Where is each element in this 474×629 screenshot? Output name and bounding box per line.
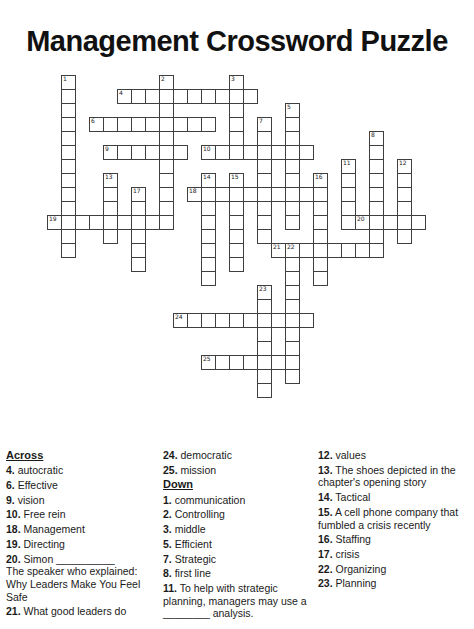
grid-cell[interactable] [103,201,118,216]
grid-cell[interactable] [229,243,244,258]
grid-cell[interactable] [257,383,272,398]
grid-cell[interactable] [229,201,244,216]
clue-item-number: 22. [318,563,333,575]
clue-item: 13. The shoes depicted in the chapter's … [318,464,471,489]
grid-cell[interactable] [103,117,118,132]
grid-cell[interactable]: 17 [131,187,146,202]
grid-cell[interactable]: 25 [201,355,216,370]
grid-cell[interactable] [229,355,244,370]
grid-cell[interactable] [159,103,174,118]
grid-cell[interactable]: 4 [117,89,132,104]
grid-cell[interactable] [187,117,202,132]
grid-cell[interactable]: 5 [285,103,300,118]
grid-cell[interactable] [383,215,398,230]
grid-cell[interactable] [173,117,188,132]
grid-cell[interactable] [201,187,216,202]
grid-cell[interactable] [229,215,244,230]
grid-cell[interactable] [61,187,76,202]
grid-cell[interactable] [285,201,300,216]
grid-cell[interactable] [285,173,300,188]
grid-cell[interactable] [159,159,174,174]
grid-cell[interactable] [201,89,216,104]
grid-cell[interactable] [257,313,272,328]
grid-cell[interactable] [159,89,174,104]
clue-number: 14 [203,174,211,180]
clue-item: 2. Controlling [163,508,309,521]
grid-cell[interactable] [61,103,76,118]
grid-cell[interactable] [397,201,412,216]
clue-number: 11 [343,160,351,166]
grid-cell[interactable] [285,145,300,160]
clue-item-number: 13. [318,464,333,476]
grid-cell[interactable] [285,215,300,230]
clue-item-number: 17. [318,548,333,560]
grid-cell[interactable] [243,145,258,160]
grid-cell[interactable] [313,257,328,272]
grid-cell[interactable] [369,215,384,230]
grid-cell[interactable] [299,187,314,202]
clue-number: 15 [231,174,239,180]
grid-cell[interactable] [201,243,216,258]
grid-cell[interactable] [341,187,356,202]
clue-item: 9. vision [6,494,158,507]
clue-number: 22 [287,244,295,250]
grid-cell[interactable]: 21 [271,243,286,258]
clue-number: 12 [399,160,407,166]
grid-cell[interactable]: 18 [187,187,202,202]
grid-cell[interactable] [257,131,272,146]
clue-item-number: 21. [6,605,21,617]
grid-cell[interactable] [271,187,286,202]
grid-cell[interactable]: 20 [355,215,370,230]
clue-item: 12. values [318,449,471,462]
clue-item-number: 4. [6,464,15,476]
grid-cell[interactable] [61,173,76,188]
clue-item-number: 15. [318,506,333,518]
grid-cell[interactable] [61,243,76,258]
grid-cell[interactable] [159,145,174,160]
grid-cell[interactable] [145,215,160,230]
grid-cell[interactable] [215,145,230,160]
grid-cell[interactable] [285,369,300,384]
grid-cell[interactable] [355,243,370,258]
grid-cell[interactable] [369,243,384,258]
page-title: Management Crossword Puzzle [0,25,474,58]
grid-cell[interactable] [285,341,300,356]
grid-cell[interactable] [369,173,384,188]
grid-cell[interactable] [229,313,244,328]
grid-cell[interactable] [131,229,146,244]
grid-cell[interactable]: 11 [341,159,356,174]
clue-column-1: Across4. autocratic6. Effective9. vision… [6,449,158,620]
clue-item: 23. Planning [318,577,471,590]
clue-item-number: 25. [163,464,178,476]
clue-item: 8. first line [163,567,309,580]
grid-cell[interactable] [313,201,328,216]
grid-cell[interactable] [299,243,314,258]
grid-cell[interactable] [397,229,412,244]
grid-cell[interactable] [187,313,202,328]
clue-number: 4 [119,90,123,96]
clue-list-heading: Down [163,478,309,491]
grid-cell[interactable] [159,173,174,188]
grid-cell[interactable]: 2 [159,75,174,90]
grid-cell[interactable] [243,187,258,202]
clue-item: 10. Free rein [6,508,158,521]
grid-cell[interactable] [61,131,76,146]
grid-cell[interactable] [229,187,244,202]
grid-cell[interactable] [131,117,146,132]
grid-cell[interactable] [285,257,300,272]
grid-cell[interactable]: 15 [229,173,244,188]
grid-cell[interactable]: 3 [229,75,244,90]
grid-cell[interactable]: 13 [103,173,118,188]
grid-cell[interactable]: 16 [313,173,328,188]
clue-item: 18. Management [6,523,158,536]
grid-cell[interactable] [75,215,90,230]
clue-number: 16 [315,174,323,180]
grid-cell[interactable] [285,271,300,286]
clue-item: 25. mission [163,464,309,477]
grid-cell[interactable] [299,145,314,160]
clue-item: 7. Strategic [163,553,309,566]
grid-cell[interactable] [229,103,244,118]
grid-cell[interactable] [369,187,384,202]
grid-cell[interactable] [397,215,412,230]
grid-cell[interactable]: 12 [397,159,412,174]
grid-cell[interactable] [131,145,146,160]
clue-number: 25 [203,356,211,362]
grid-cell[interactable]: 10 [201,145,216,160]
grid-cell[interactable] [341,243,356,258]
grid-cell[interactable] [117,145,132,160]
clue-item: 5. Efficient [163,538,309,551]
grid-cell[interactable]: 6 [89,117,104,132]
grid-cell[interactable] [61,117,76,132]
grid-cell[interactable] [131,89,146,104]
clue-number: 3 [231,76,235,82]
clue-item: 16. Staffing [318,533,471,546]
grid-cell[interactable] [61,145,76,160]
grid-cell[interactable] [257,201,272,216]
grid-cell[interactable] [285,117,300,132]
grid-cell[interactable] [215,187,230,202]
grid-cell[interactable] [187,89,202,104]
clue-item-number: 1. [163,494,172,506]
grid-cell[interactable] [285,285,300,300]
clue-item: 11. To help with strategic planning, man… [163,582,309,620]
grid-cell[interactable] [117,215,132,230]
grid-cell[interactable] [145,117,160,132]
grid-cell[interactable] [257,229,272,244]
grid-cell[interactable] [397,187,412,202]
grid-cell[interactable] [257,159,272,174]
clue-number: 20 [357,216,365,222]
grid-cell[interactable]: 22 [285,243,300,258]
clue-item-number: 9. [6,494,15,506]
grid-cell[interactable] [103,229,118,244]
grid-cell[interactable] [131,201,146,216]
clue-item-number: 24. [163,449,178,461]
grid-cell[interactable] [285,299,300,314]
grid-cell[interactable] [271,313,286,328]
clue-item: 21. What good leaders do [6,605,158,618]
grid-cell[interactable] [299,313,314,328]
clue-number: 7 [259,118,263,124]
clue-number: 17 [133,188,141,194]
grid-cell[interactable] [341,173,356,188]
clue-item-number: 12. [318,449,333,461]
grid-cell[interactable] [229,89,244,104]
clue-item: 4. autocratic [6,464,158,477]
grid-cell[interactable] [145,145,160,160]
grid-cell[interactable] [131,257,146,272]
grid-cell[interactable] [89,215,104,230]
grid-cell[interactable] [313,215,328,230]
clue-item-number: 18. [6,523,21,535]
clue-item-number: 19. [6,538,21,550]
clue-item-number: 20. [6,553,21,565]
grid-cell[interactable] [285,327,300,342]
clue-item: 15. A cell phone company that fumbled a … [318,506,471,531]
grid-cell[interactable] [215,89,230,104]
clue-number: 6 [91,118,95,124]
clue-number: 9 [105,146,109,152]
grid-cell[interactable] [201,229,216,244]
grid-cell[interactable] [243,355,258,370]
grid-cell[interactable] [257,215,272,230]
clue-number: 19 [49,216,57,222]
grid-cell[interactable] [201,215,216,230]
grid-cell[interactable] [243,313,258,328]
grid-cell[interactable] [159,187,174,202]
clue-number: 23 [259,286,267,292]
grid-cell[interactable] [229,257,244,272]
grid-cell[interactable] [257,341,272,356]
clue-item-number: 8. [163,567,172,579]
clue-item-number: 14. [318,491,333,503]
grid-cell[interactable] [285,159,300,174]
clue-number: 1 [63,76,67,82]
grid-cell[interactable] [397,173,412,188]
clue-item: 6. Effective [6,479,158,492]
clue-item: 24. democratic [163,449,309,462]
grid-cell[interactable] [173,89,188,104]
grid-cell[interactable]: 24 [173,313,188,328]
grid-cell[interactable] [271,355,286,370]
grid-cell[interactable] [229,145,244,160]
grid-cell[interactable] [229,117,244,132]
grid-cell[interactable] [257,369,272,384]
clue-list-heading: Across [6,449,158,462]
clue-item-number: 5. [163,538,172,550]
grid-cell[interactable] [243,89,258,104]
clue-number: 10 [203,146,211,152]
grid-cell[interactable] [215,313,230,328]
grid-cell[interactable] [61,159,76,174]
grid-cell[interactable] [201,257,216,272]
grid-cell[interactable] [61,229,76,244]
grid-cell[interactable] [61,201,76,216]
grid-cell[interactable] [257,173,272,188]
clue-number: 18 [189,188,197,194]
grid-cell[interactable] [61,89,76,104]
grid-cell[interactable] [159,215,174,230]
grid-cell[interactable] [369,229,384,244]
grid-cell[interactable]: 23 [257,285,272,300]
grid-cell[interactable] [285,187,300,202]
clue-item-number: 11. [163,582,177,594]
grid-cell[interactable] [369,159,384,174]
grid-cell[interactable] [313,271,328,286]
clue-item-number: 7. [163,553,172,565]
grid-cell[interactable] [201,313,216,328]
grid-cell[interactable] [103,187,118,202]
grid-cell[interactable] [201,201,216,216]
clue-column-2: 24. democratic25. missionDown1. communic… [163,449,309,622]
grid-cell[interactable] [257,187,272,202]
clue-item: 17. crisis [318,548,471,561]
grid-cell[interactable] [145,89,160,104]
clue-number: 13 [105,174,113,180]
clue-number: 8 [371,132,375,138]
grid-cell[interactable] [327,243,342,258]
clue-number: 24 [175,314,183,320]
clue-item: 1. communication [163,494,309,507]
grid-cell[interactable]: 14 [201,173,216,188]
grid-cell[interactable] [271,145,286,160]
grid-cell[interactable] [159,131,174,146]
grid-cell[interactable] [313,187,328,202]
grid-cell[interactable] [285,131,300,146]
grid-cell[interactable]: 8 [369,131,384,146]
grid-cell[interactable] [131,215,146,230]
grid-cell[interactable] [313,243,328,258]
grid-cell[interactable] [201,271,216,286]
grid-cell[interactable]: 9 [103,145,118,160]
grid-cell[interactable] [257,355,272,370]
grid-cell[interactable] [257,327,272,342]
grid-cell[interactable]: 7 [257,117,272,132]
clue-number: 2 [161,76,165,82]
grid-cell[interactable] [285,313,300,328]
clue-item-number: 2. [163,508,172,520]
grid-cell[interactable] [411,215,426,230]
grid-cell[interactable] [229,229,244,244]
grid-cell[interactable] [215,355,230,370]
clue-number: 5 [287,104,291,110]
grid-cell[interactable]: 19 [47,215,62,230]
grid-cell[interactable] [159,117,174,132]
clue-item: 3. middle [163,523,309,536]
grid-cell[interactable] [257,145,272,160]
grid-cell[interactable] [341,201,356,216]
grid-cell[interactable] [285,355,300,370]
grid-cell[interactable] [369,201,384,216]
clue-item-number: 10. [6,508,21,520]
grid-cell[interactable] [369,145,384,160]
crossword-grid: 1234567891011121314151617181920212223242… [47,75,427,399]
clue-item-number: 16. [318,533,333,545]
clue-item-number: 23. [318,577,333,589]
clue-item: 20. Simon __________The speaker who expl… [6,553,158,604]
grid-cell[interactable]: 1 [61,75,76,90]
grid-cell[interactable] [313,229,328,244]
grid-cell[interactable] [117,117,132,132]
clue-item: 14. Tactical [318,491,471,504]
clue-column-3: 12. values13. The shoes depicted in the … [318,449,471,592]
grid-cell[interactable] [229,131,244,146]
grid-cell[interactable] [61,215,76,230]
grid-cell[interactable] [159,201,174,216]
grid-cell[interactable] [341,215,356,230]
clue-item: 22. Organizing [318,563,471,576]
grid-cell[interactable] [173,145,188,160]
grid-cell[interactable] [257,299,272,314]
grid-cell[interactable] [103,215,118,230]
clue-number: 21 [273,244,281,250]
clue-item-number: 3. [163,523,172,535]
grid-cell[interactable] [131,243,146,258]
clue-item-number: 6. [6,479,15,491]
grid-cell[interactable] [201,117,216,132]
clue-item: 19. Directing [6,538,158,551]
